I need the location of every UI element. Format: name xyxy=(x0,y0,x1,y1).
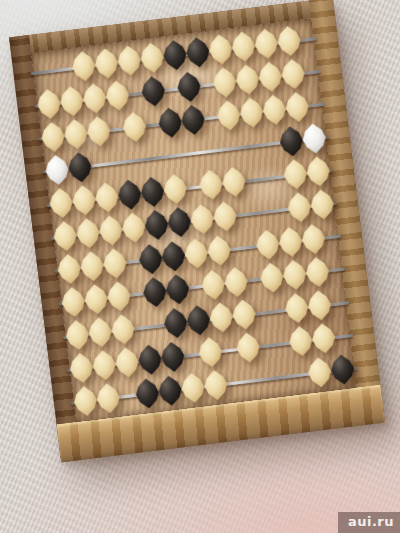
bead-cream[interactable] xyxy=(276,25,302,58)
bead-cream[interactable] xyxy=(95,382,121,415)
bead-slot xyxy=(197,334,224,370)
bead-cream[interactable] xyxy=(206,234,232,267)
bead-slot xyxy=(276,23,303,59)
bead-cream[interactable] xyxy=(106,280,132,313)
bead-slot xyxy=(309,187,336,223)
bead-slot xyxy=(202,367,229,403)
bead-black[interactable] xyxy=(164,273,190,306)
bead-slot xyxy=(176,69,203,105)
bead-cream[interactable] xyxy=(223,266,249,299)
bead-cream[interactable] xyxy=(121,111,147,144)
bead-cream[interactable] xyxy=(231,298,257,331)
rods xyxy=(31,19,356,423)
bead-slot xyxy=(106,279,133,315)
bead-slot xyxy=(212,199,239,235)
bead-slot xyxy=(284,89,311,125)
bead-slot xyxy=(305,154,332,190)
bead-slot xyxy=(102,246,129,282)
bead-black[interactable] xyxy=(180,104,206,137)
bead-slot xyxy=(162,171,189,207)
abacus-frame xyxy=(9,0,385,462)
bead-cream[interactable] xyxy=(310,322,336,355)
bead-slot xyxy=(304,254,331,290)
bead-cream[interactable] xyxy=(235,331,261,364)
bead-black[interactable] xyxy=(160,341,186,374)
bead-cream[interactable] xyxy=(102,247,128,280)
bead-cream[interactable] xyxy=(221,166,247,199)
bead-cream[interactable] xyxy=(212,200,238,233)
bead-cream[interactable] xyxy=(110,313,136,346)
bead-slot xyxy=(300,221,327,257)
bead-slot xyxy=(231,297,258,333)
bead-slot xyxy=(110,312,137,348)
bead-black[interactable] xyxy=(67,151,93,184)
bead-slot xyxy=(310,320,337,356)
bead-slot xyxy=(159,339,186,375)
bead-cream[interactable] xyxy=(306,289,332,322)
bead-cream[interactable] xyxy=(203,369,229,402)
bead-slot xyxy=(301,121,328,157)
bead-slot xyxy=(104,78,131,114)
bead-black[interactable] xyxy=(140,75,166,108)
bead-black[interactable] xyxy=(176,71,202,104)
bead-cream[interactable] xyxy=(86,115,112,148)
bead-slot xyxy=(220,164,247,200)
bead-slot xyxy=(140,73,167,109)
bead-slot xyxy=(329,352,356,388)
bead-slot xyxy=(67,149,94,185)
bead-cream[interactable] xyxy=(284,91,310,124)
bead-slot xyxy=(180,102,207,138)
bead-slot xyxy=(306,287,333,323)
bead-slot xyxy=(280,56,307,92)
watermark: aui.ru xyxy=(338,512,400,533)
bead-cream[interactable] xyxy=(309,188,335,221)
bead-cream[interactable] xyxy=(104,79,130,112)
bead-slot xyxy=(164,271,191,307)
bead-black[interactable] xyxy=(329,353,355,386)
bead-slot xyxy=(95,380,122,416)
bead-cream[interactable] xyxy=(305,155,331,188)
bead-cream[interactable] xyxy=(162,173,188,206)
bead-cream[interactable] xyxy=(300,223,326,256)
bead-slot xyxy=(121,109,148,145)
bead-cream[interactable] xyxy=(197,336,223,369)
bead-slot xyxy=(223,264,250,300)
bead-slot xyxy=(85,113,112,149)
bead-slot xyxy=(235,330,262,366)
bead-slot xyxy=(206,233,233,269)
bead-cream[interactable] xyxy=(304,256,330,289)
bead-white[interactable] xyxy=(301,122,327,155)
bead-cream[interactable] xyxy=(280,58,306,91)
